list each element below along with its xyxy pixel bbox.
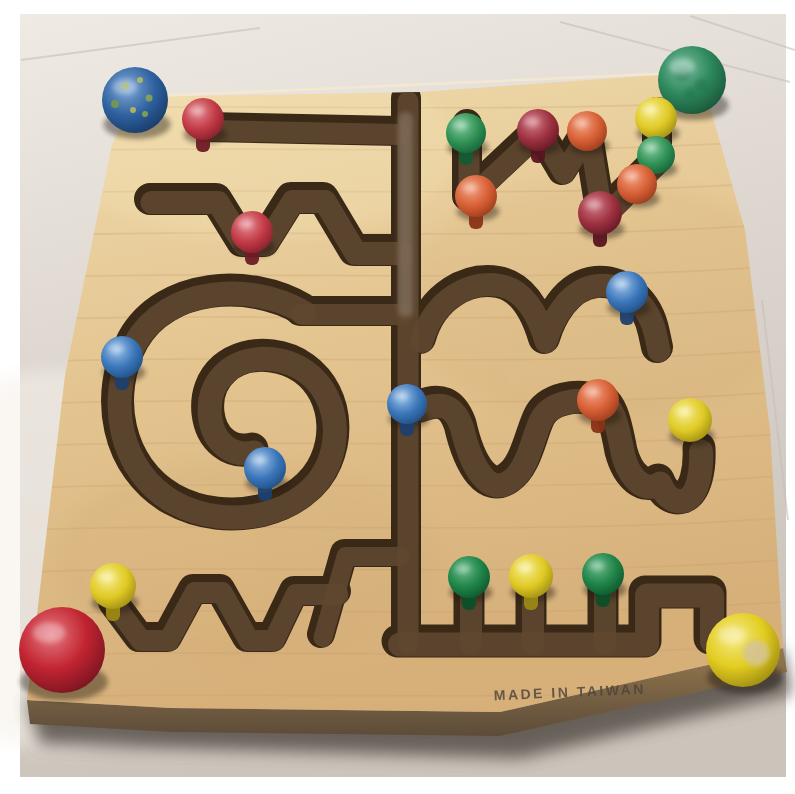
- ball-sphere: [182, 98, 224, 140]
- ball-sphere: [446, 113, 486, 153]
- ball-sphere: [635, 97, 677, 139]
- photo-frame: MADE IN TAIWAN: [0, 0, 795, 794]
- specular-highlight: [462, 183, 478, 193]
- ball-sphere: [578, 191, 622, 235]
- specular-highlight: [675, 406, 692, 417]
- specular-highlight: [516, 562, 533, 573]
- ball-sphere: [455, 175, 497, 217]
- ball-sphere: [617, 164, 657, 204]
- groove-inner-top-run: [208, 131, 400, 135]
- specular-highlight: [589, 561, 605, 571]
- ball-sphere: [668, 398, 712, 442]
- ball-sphere: [231, 211, 273, 253]
- globe-speckle: [137, 77, 143, 83]
- ball-sphere: [244, 447, 286, 489]
- specular-highlight: [251, 455, 267, 465]
- ball-sphere: [448, 556, 490, 598]
- worn-patch: [743, 640, 769, 666]
- specular-highlight: [393, 391, 408, 401]
- specular-highlight: [238, 219, 254, 229]
- globe-speckle: [142, 111, 148, 117]
- specular-highlight: [613, 279, 629, 289]
- ball-sphere: [19, 607, 105, 693]
- specular-highlight: [623, 171, 638, 181]
- maze-scene: MADE IN TAIWAN: [0, 0, 795, 794]
- glare-reflection: [398, 112, 413, 317]
- ball-sphere: [706, 613, 780, 687]
- ball-sphere: [101, 336, 143, 378]
- ball-sphere: [387, 384, 427, 424]
- ball-sphere: [517, 109, 559, 151]
- globe-speckle: [130, 107, 136, 113]
- ball-sphere: [606, 271, 648, 313]
- ball-sphere: [90, 563, 136, 609]
- specular-highlight: [189, 106, 205, 116]
- ball-sphere: [577, 379, 619, 421]
- specular-highlight: [573, 118, 588, 128]
- globe-speckle: [146, 95, 153, 102]
- specular-highlight: [113, 79, 138, 95]
- specular-highlight: [33, 622, 66, 643]
- ball-sphere: [567, 111, 607, 151]
- specular-highlight: [718, 626, 746, 644]
- ball-sphere: [582, 553, 624, 595]
- mottle: [684, 87, 696, 99]
- specular-highlight: [585, 199, 602, 210]
- specular-highlight: [455, 564, 471, 574]
- specular-highlight: [642, 105, 658, 115]
- specular-highlight: [452, 120, 467, 130]
- specular-highlight: [669, 58, 695, 74]
- ball-sphere: [509, 554, 553, 598]
- specular-highlight: [97, 571, 114, 582]
- mottle: [694, 78, 708, 92]
- specular-highlight: [643, 143, 657, 152]
- specular-highlight: [584, 387, 600, 397]
- specular-highlight: [108, 344, 124, 354]
- specular-highlight: [524, 117, 540, 127]
- ball-sphere: [102, 67, 168, 133]
- globe-speckle: [111, 100, 119, 108]
